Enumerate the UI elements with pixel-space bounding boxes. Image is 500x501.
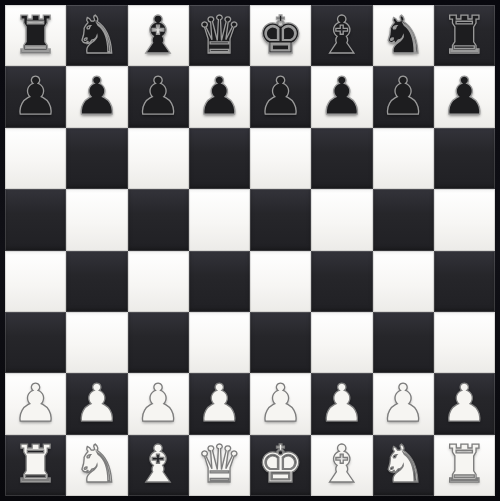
square-f6[interactable] [311,128,372,189]
square-a3[interactable] [5,312,66,373]
square-b8[interactable]: ♞ [66,5,127,66]
black-queen-d8: ♛ [196,9,243,61]
square-b4[interactable] [66,251,127,312]
black-pawn-e7: ♟ [257,70,304,122]
white-knight-b1: ♞ [74,438,121,490]
black-bishop-c8: ♝ [135,9,182,61]
white-pawn-e2: ♟ [257,377,304,429]
white-pawn-c2: ♟ [135,377,182,429]
square-f3[interactable] [311,312,372,373]
square-c6[interactable] [128,128,189,189]
square-g2[interactable]: ♟ [373,373,434,434]
square-a5[interactable] [5,189,66,250]
white-knight-g1: ♞ [380,438,427,490]
chess-board-frame: ♜♞♝♛♚♝♞♜♟♟♟♟♟♟♟♟♟♟♟♟♟♟♟♟♜♞♝♛♚♝♞♜ [0,0,500,501]
square-g8[interactable]: ♞ [373,5,434,66]
black-rook-h8: ♜ [441,9,488,61]
white-pawn-g2: ♟ [380,377,427,429]
white-bishop-f1: ♝ [319,438,366,490]
square-b6[interactable] [66,128,127,189]
square-h4[interactable] [434,251,495,312]
square-g3[interactable] [373,312,434,373]
white-pawn-h2: ♟ [441,377,488,429]
square-e1[interactable]: ♚ [250,435,311,496]
square-f8[interactable]: ♝ [311,5,372,66]
square-g7[interactable]: ♟ [373,66,434,127]
square-e8[interactable]: ♚ [250,5,311,66]
square-g6[interactable] [373,128,434,189]
square-a4[interactable] [5,251,66,312]
square-e2[interactable]: ♟ [250,373,311,434]
black-pawn-h7: ♟ [441,70,488,122]
square-c8[interactable]: ♝ [128,5,189,66]
black-king-e8: ♚ [257,9,304,61]
square-c1[interactable]: ♝ [128,435,189,496]
square-d1[interactable]: ♛ [189,435,250,496]
square-c7[interactable]: ♟ [128,66,189,127]
black-pawn-f7: ♟ [319,70,366,122]
black-pawn-c7: ♟ [135,70,182,122]
square-e4[interactable] [250,251,311,312]
square-g1[interactable]: ♞ [373,435,434,496]
square-h5[interactable] [434,189,495,250]
square-c4[interactable] [128,251,189,312]
square-e5[interactable] [250,189,311,250]
black-pawn-d7: ♟ [196,70,243,122]
square-g4[interactable] [373,251,434,312]
square-d7[interactable]: ♟ [189,66,250,127]
white-queen-d1: ♛ [196,438,243,490]
square-h2[interactable]: ♟ [434,373,495,434]
white-pawn-a2: ♟ [12,377,59,429]
square-e7[interactable]: ♟ [250,66,311,127]
square-a8[interactable]: ♜ [5,5,66,66]
square-a7[interactable]: ♟ [5,66,66,127]
square-f2[interactable]: ♟ [311,373,372,434]
white-rook-h1: ♜ [441,438,488,490]
white-pawn-b2: ♟ [74,377,121,429]
black-knight-b8: ♞ [74,9,121,61]
square-d6[interactable] [189,128,250,189]
square-b5[interactable] [66,189,127,250]
square-d2[interactable]: ♟ [189,373,250,434]
square-b1[interactable]: ♞ [66,435,127,496]
square-c5[interactable] [128,189,189,250]
black-pawn-b7: ♟ [74,70,121,122]
white-bishop-c1: ♝ [135,438,182,490]
square-f5[interactable] [311,189,372,250]
black-pawn-g7: ♟ [380,70,427,122]
square-a2[interactable]: ♟ [5,373,66,434]
square-g5[interactable] [373,189,434,250]
black-knight-g8: ♞ [380,9,427,61]
white-king-e1: ♚ [257,438,304,490]
square-e3[interactable] [250,312,311,373]
white-pawn-d2: ♟ [196,377,243,429]
square-h3[interactable] [434,312,495,373]
square-h1[interactable]: ♜ [434,435,495,496]
square-a6[interactable] [5,128,66,189]
square-a1[interactable]: ♜ [5,435,66,496]
chess-board: ♜♞♝♛♚♝♞♜♟♟♟♟♟♟♟♟♟♟♟♟♟♟♟♟♜♞♝♛♚♝♞♜ [5,5,495,496]
black-bishop-f8: ♝ [319,9,366,61]
white-rook-a1: ♜ [12,438,59,490]
black-pawn-a7: ♟ [12,70,59,122]
square-f1[interactable]: ♝ [311,435,372,496]
square-f7[interactable]: ♟ [311,66,372,127]
square-h7[interactable]: ♟ [434,66,495,127]
square-d3[interactable] [189,312,250,373]
square-b7[interactable]: ♟ [66,66,127,127]
square-c3[interactable] [128,312,189,373]
square-h8[interactable]: ♜ [434,5,495,66]
square-b3[interactable] [66,312,127,373]
square-h6[interactable] [434,128,495,189]
square-f4[interactable] [311,251,372,312]
square-e6[interactable] [250,128,311,189]
black-rook-a8: ♜ [12,9,59,61]
white-pawn-f2: ♟ [319,377,366,429]
square-c2[interactable]: ♟ [128,373,189,434]
square-d5[interactable] [189,189,250,250]
square-b2[interactable]: ♟ [66,373,127,434]
square-d4[interactable] [189,251,250,312]
square-d8[interactable]: ♛ [189,5,250,66]
